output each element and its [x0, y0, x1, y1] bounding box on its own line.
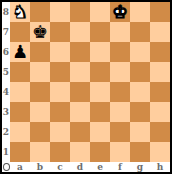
square-f1[interactable]	[110, 142, 130, 162]
square-c3[interactable]	[50, 102, 70, 122]
file-label-d: d	[70, 162, 90, 172]
turn-indicator-white-to-move	[2, 162, 10, 172]
file-label-b: b	[30, 162, 50, 172]
square-d6[interactable]	[70, 42, 90, 62]
square-a3[interactable]	[10, 102, 30, 122]
square-h1[interactable]	[150, 142, 170, 162]
file-label-h: h	[150, 162, 170, 172]
square-c5[interactable]	[50, 62, 70, 82]
square-c2[interactable]	[50, 122, 70, 142]
square-d3[interactable]	[70, 102, 90, 122]
square-f5[interactable]	[110, 62, 130, 82]
square-a5[interactable]	[10, 62, 30, 82]
square-a4[interactable]	[10, 82, 30, 102]
square-f7[interactable]	[110, 22, 130, 42]
square-f3[interactable]	[110, 102, 130, 122]
square-f8[interactable]: ♚	[110, 2, 130, 22]
square-f2[interactable]	[110, 122, 130, 142]
square-a6[interactable]: ♟	[10, 42, 30, 62]
square-d1[interactable]	[70, 142, 90, 162]
square-g1[interactable]	[130, 142, 150, 162]
piece-white-knight[interactable]: ♞	[12, 2, 28, 22]
file-label-e: e	[90, 162, 110, 172]
file-label-f: f	[110, 162, 130, 172]
square-e7[interactable]	[90, 22, 110, 42]
rank-label-4: 4	[2, 82, 10, 102]
square-a1[interactable]	[10, 142, 30, 162]
square-h2[interactable]	[150, 122, 170, 142]
rank-label-6: 6	[2, 42, 10, 62]
rank-label-5: 5	[2, 62, 10, 82]
rank-label-1: 1	[2, 142, 10, 162]
square-f4[interactable]	[110, 82, 130, 102]
square-d7[interactable]	[70, 22, 90, 42]
square-g3[interactable]	[130, 102, 150, 122]
square-c4[interactable]	[50, 82, 70, 102]
square-d8[interactable]	[70, 2, 90, 22]
square-a7[interactable]	[10, 22, 30, 42]
square-c1[interactable]	[50, 142, 70, 162]
square-b7[interactable]: ♚	[30, 22, 50, 42]
square-b8[interactable]	[30, 2, 50, 22]
chess-board: 8♞♚7♚6♟54321abcdefgh	[2, 2, 170, 172]
square-a8[interactable]: ♞	[10, 2, 30, 22]
rank-label-3: 3	[2, 102, 10, 122]
white-circle-icon	[3, 163, 10, 171]
square-d4[interactable]	[70, 82, 90, 102]
file-label-c: c	[50, 162, 70, 172]
square-b2[interactable]	[30, 122, 50, 142]
square-g4[interactable]	[130, 82, 150, 102]
square-a2[interactable]	[10, 122, 30, 142]
square-d2[interactable]	[70, 122, 90, 142]
square-h6[interactable]	[150, 42, 170, 62]
square-h7[interactable]	[150, 22, 170, 42]
square-h8[interactable]	[150, 2, 170, 22]
square-e5[interactable]	[90, 62, 110, 82]
square-b1[interactable]	[30, 142, 50, 162]
square-g8[interactable]	[130, 2, 150, 22]
square-g6[interactable]	[130, 42, 150, 62]
file-label-a: a	[10, 162, 30, 172]
square-d5[interactable]	[70, 62, 90, 82]
square-g2[interactable]	[130, 122, 150, 142]
square-g5[interactable]	[130, 62, 150, 82]
chess-board-diagram: 8♞♚7♚6♟54321abcdefgh	[0, 0, 172, 174]
square-b6[interactable]	[30, 42, 50, 62]
square-b4[interactable]	[30, 82, 50, 102]
square-b3[interactable]	[30, 102, 50, 122]
rank-label-2: 2	[2, 122, 10, 142]
square-h3[interactable]	[150, 102, 170, 122]
square-c6[interactable]	[50, 42, 70, 62]
square-h4[interactable]	[150, 82, 170, 102]
square-e2[interactable]	[90, 122, 110, 142]
square-e1[interactable]	[90, 142, 110, 162]
square-e6[interactable]	[90, 42, 110, 62]
square-e3[interactable]	[90, 102, 110, 122]
square-h5[interactable]	[150, 62, 170, 82]
rank-label-8: 8	[2, 2, 10, 22]
file-label-g: g	[130, 162, 150, 172]
piece-black-pawn[interactable]: ♟	[12, 42, 28, 62]
square-c8[interactable]	[50, 2, 70, 22]
square-g7[interactable]	[130, 22, 150, 42]
piece-white-king[interactable]: ♚	[112, 2, 128, 22]
square-c7[interactable]	[50, 22, 70, 42]
square-e4[interactable]	[90, 82, 110, 102]
rank-label-7: 7	[2, 22, 10, 42]
square-e8[interactable]	[90, 2, 110, 22]
piece-black-king[interactable]: ♚	[32, 22, 48, 42]
square-f6[interactable]	[110, 42, 130, 62]
square-b5[interactable]	[30, 62, 50, 82]
